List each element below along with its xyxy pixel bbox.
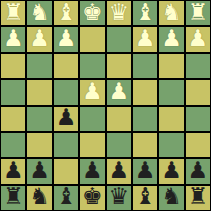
square-a2[interactable]: ♟ <box>186 27 210 51</box>
white-pawn-icon[interactable]: ♟ <box>56 27 77 50</box>
black-pawn-icon[interactable]: ♟ <box>135 159 156 182</box>
square-e4[interactable]: ♟ <box>80 80 104 104</box>
black-pawn-icon[interactable]: ♟ <box>188 159 209 182</box>
square-e1[interactable]: ♚ <box>80 1 104 25</box>
square-d1[interactable]: ♛ <box>107 1 131 25</box>
square-a7[interactable]: ♟ <box>186 159 210 183</box>
white-rook-icon[interactable]: ♜ <box>3 1 24 24</box>
black-pawn-icon[interactable]: ♟ <box>82 159 103 182</box>
white-pawn-icon[interactable]: ♟ <box>3 27 24 50</box>
square-e8[interactable]: ♚ <box>80 186 104 210</box>
square-f5[interactable]: ♟ <box>54 107 78 131</box>
white-bishop-icon[interactable]: ♝ <box>135 1 156 24</box>
square-d4[interactable]: ♟ <box>107 80 131 104</box>
square-d8[interactable]: ♛ <box>107 186 131 210</box>
square-f8[interactable]: ♝ <box>54 186 78 210</box>
square-h1[interactable]: ♜ <box>1 1 25 25</box>
black-bishop-icon[interactable]: ♝ <box>135 186 156 209</box>
square-h4[interactable] <box>1 80 25 104</box>
black-pawn-icon[interactable]: ♟ <box>161 159 182 182</box>
square-d3[interactable] <box>107 54 131 78</box>
square-a5[interactable] <box>186 107 210 131</box>
black-queen-icon[interactable]: ♛ <box>108 186 129 209</box>
square-f1[interactable]: ♝ <box>54 1 78 25</box>
white-pawn-icon[interactable]: ♟ <box>82 80 103 103</box>
square-c6[interactable] <box>133 133 157 157</box>
square-d7[interactable]: ♟ <box>107 159 131 183</box>
square-g3[interactable] <box>27 54 51 78</box>
square-b6[interactable] <box>159 133 183 157</box>
black-pawn-icon[interactable]: ♟ <box>56 107 77 130</box>
black-pawn-icon[interactable]: ♟ <box>3 159 24 182</box>
chess-board: ♜♞♝♚♛♝♞♜♟♟♟♟♟♟♟♟♟♟♟♟♟♟♟♟♜♞♝♚♛♝♞♜ <box>0 0 211 211</box>
square-b4[interactable] <box>159 80 183 104</box>
square-a3[interactable] <box>186 54 210 78</box>
square-c8[interactable]: ♝ <box>133 186 157 210</box>
black-bishop-icon[interactable]: ♝ <box>56 186 77 209</box>
square-f2[interactable]: ♟ <box>54 27 78 51</box>
square-a1[interactable]: ♜ <box>186 1 210 25</box>
black-king-icon[interactable]: ♚ <box>82 186 103 209</box>
square-f3[interactable] <box>54 54 78 78</box>
square-e6[interactable] <box>80 133 104 157</box>
square-b1[interactable]: ♞ <box>159 1 183 25</box>
square-f7[interactable] <box>54 159 78 183</box>
square-c3[interactable] <box>133 54 157 78</box>
white-knight-icon[interactable]: ♞ <box>161 1 182 24</box>
white-knight-icon[interactable]: ♞ <box>29 1 50 24</box>
square-h2[interactable]: ♟ <box>1 27 25 51</box>
square-b3[interactable] <box>159 54 183 78</box>
square-e2[interactable] <box>80 27 104 51</box>
square-a6[interactable] <box>186 133 210 157</box>
white-pawn-icon[interactable]: ♟ <box>135 27 156 50</box>
square-c7[interactable]: ♟ <box>133 159 157 183</box>
square-f6[interactable] <box>54 133 78 157</box>
white-king-icon[interactable]: ♚ <box>82 1 103 24</box>
square-c2[interactable]: ♟ <box>133 27 157 51</box>
black-pawn-icon[interactable]: ♟ <box>29 159 50 182</box>
square-g7[interactable]: ♟ <box>27 159 51 183</box>
white-queen-icon[interactable]: ♛ <box>108 1 129 24</box>
square-h8[interactable]: ♜ <box>1 186 25 210</box>
square-a4[interactable] <box>186 80 210 104</box>
square-f4[interactable] <box>54 80 78 104</box>
square-b7[interactable]: ♟ <box>159 159 183 183</box>
square-b5[interactable] <box>159 107 183 131</box>
square-g4[interactable] <box>27 80 51 104</box>
black-knight-icon[interactable]: ♞ <box>29 186 50 209</box>
white-rook-icon[interactable]: ♜ <box>188 1 209 24</box>
square-b8[interactable]: ♞ <box>159 186 183 210</box>
square-b2[interactable]: ♟ <box>159 27 183 51</box>
white-pawn-icon[interactable]: ♟ <box>161 27 182 50</box>
square-g1[interactable]: ♞ <box>27 1 51 25</box>
square-h5[interactable] <box>1 107 25 131</box>
black-pawn-icon[interactable]: ♟ <box>108 159 129 182</box>
square-c1[interactable]: ♝ <box>133 1 157 25</box>
square-e3[interactable] <box>80 54 104 78</box>
square-h7[interactable]: ♟ <box>1 159 25 183</box>
black-rook-icon[interactable]: ♜ <box>188 186 209 209</box>
square-e5[interactable] <box>80 107 104 131</box>
square-g8[interactable]: ♞ <box>27 186 51 210</box>
white-bishop-icon[interactable]: ♝ <box>56 1 77 24</box>
square-g6[interactable] <box>27 133 51 157</box>
square-d2[interactable] <box>107 27 131 51</box>
square-g2[interactable]: ♟ <box>27 27 51 51</box>
square-g5[interactable] <box>27 107 51 131</box>
white-pawn-icon[interactable]: ♟ <box>29 27 50 50</box>
black-knight-icon[interactable]: ♞ <box>161 186 182 209</box>
square-h3[interactable] <box>1 54 25 78</box>
square-d6[interactable] <box>107 133 131 157</box>
white-pawn-icon[interactable]: ♟ <box>188 27 209 50</box>
square-a8[interactable]: ♜ <box>186 186 210 210</box>
black-rook-icon[interactable]: ♜ <box>3 186 24 209</box>
square-e7[interactable]: ♟ <box>80 159 104 183</box>
square-d5[interactable] <box>107 107 131 131</box>
square-c5[interactable] <box>133 107 157 131</box>
white-pawn-icon[interactable]: ♟ <box>108 80 129 103</box>
square-c4[interactable] <box>133 80 157 104</box>
square-h6[interactable] <box>1 133 25 157</box>
